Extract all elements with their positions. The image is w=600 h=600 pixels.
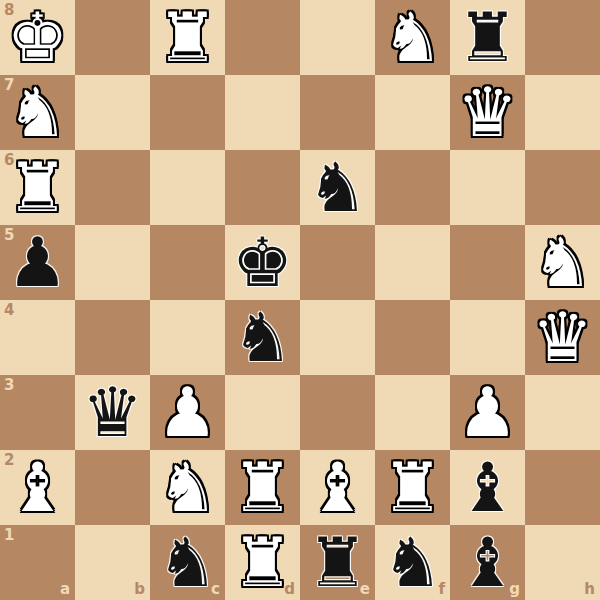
square-d7[interactable] bbox=[225, 75, 300, 150]
square-f2[interactable]: ♜ bbox=[375, 450, 450, 525]
piece-black-bishop[interactable]: ♝ bbox=[450, 525, 525, 600]
square-f4[interactable] bbox=[375, 300, 450, 375]
square-g4[interactable] bbox=[450, 300, 525, 375]
square-a5[interactable]: 5♟ bbox=[0, 225, 75, 300]
piece-white-queen[interactable]: ♛ bbox=[525, 300, 600, 375]
square-b4[interactable] bbox=[75, 300, 150, 375]
square-b6[interactable] bbox=[75, 150, 150, 225]
square-d2[interactable]: ♜ bbox=[225, 450, 300, 525]
piece-white-pawn[interactable]: ♟ bbox=[450, 375, 525, 450]
square-d4[interactable]: ♞ bbox=[225, 300, 300, 375]
square-d1[interactable]: d♜ bbox=[225, 525, 300, 600]
file-label-h: h bbox=[584, 582, 595, 597]
square-e4[interactable] bbox=[300, 300, 375, 375]
square-c3[interactable]: ♟ bbox=[150, 375, 225, 450]
square-g5[interactable] bbox=[450, 225, 525, 300]
square-e7[interactable] bbox=[300, 75, 375, 150]
square-a3[interactable]: 3 bbox=[0, 375, 75, 450]
piece-white-rook[interactable]: ♜ bbox=[225, 525, 300, 600]
piece-black-bishop[interactable]: ♝ bbox=[450, 450, 525, 525]
square-g8[interactable]: ♜ bbox=[450, 0, 525, 75]
square-g3[interactable]: ♟ bbox=[450, 375, 525, 450]
rank-label-4: 4 bbox=[4, 303, 14, 318]
square-c2[interactable]: ♞ bbox=[150, 450, 225, 525]
piece-black-knight[interactable]: ♞ bbox=[375, 525, 450, 600]
square-a2[interactable]: 2♝ bbox=[0, 450, 75, 525]
square-h7[interactable] bbox=[525, 75, 600, 150]
square-a8[interactable]: 8♚ bbox=[0, 0, 75, 75]
piece-white-rook[interactable]: ♜ bbox=[150, 0, 225, 75]
square-g1[interactable]: g♝ bbox=[450, 525, 525, 600]
piece-white-queen[interactable]: ♛ bbox=[450, 75, 525, 150]
square-e8[interactable] bbox=[300, 0, 375, 75]
piece-white-bishop[interactable]: ♝ bbox=[0, 450, 75, 525]
piece-white-knight[interactable]: ♞ bbox=[150, 450, 225, 525]
piece-white-knight[interactable]: ♞ bbox=[375, 0, 450, 75]
piece-black-rook[interactable]: ♜ bbox=[300, 525, 375, 600]
square-h8[interactable] bbox=[525, 0, 600, 75]
square-e5[interactable] bbox=[300, 225, 375, 300]
piece-white-knight[interactable]: ♞ bbox=[525, 225, 600, 300]
square-b7[interactable] bbox=[75, 75, 150, 150]
square-e3[interactable] bbox=[300, 375, 375, 450]
piece-black-knight[interactable]: ♞ bbox=[150, 525, 225, 600]
square-f7[interactable] bbox=[375, 75, 450, 150]
square-c7[interactable] bbox=[150, 75, 225, 150]
piece-white-rook[interactable]: ♜ bbox=[0, 150, 75, 225]
piece-black-queen[interactable]: ♛ bbox=[75, 375, 150, 450]
square-b5[interactable] bbox=[75, 225, 150, 300]
square-c6[interactable] bbox=[150, 150, 225, 225]
square-a4[interactable]: 4 bbox=[0, 300, 75, 375]
square-b1[interactable]: b bbox=[75, 525, 150, 600]
square-e6[interactable]: ♞ bbox=[300, 150, 375, 225]
piece-white-king[interactable]: ♚ bbox=[0, 0, 75, 75]
square-a7[interactable]: 7♞ bbox=[0, 75, 75, 150]
square-f3[interactable] bbox=[375, 375, 450, 450]
square-h3[interactable] bbox=[525, 375, 600, 450]
file-label-a: a bbox=[60, 582, 70, 597]
square-d3[interactable] bbox=[225, 375, 300, 450]
square-d5[interactable]: ♚ bbox=[225, 225, 300, 300]
square-a1[interactable]: 1a bbox=[0, 525, 75, 600]
piece-black-knight[interactable]: ♞ bbox=[300, 150, 375, 225]
square-g2[interactable]: ♝ bbox=[450, 450, 525, 525]
chess-board: 8♚♜♞♜7♞♛6♜♞5♟♚♞4♞♛3♛♟♟2♝♞♜♝♜♝1abc♞d♜e♜f♞… bbox=[0, 0, 600, 600]
square-b3[interactable]: ♛ bbox=[75, 375, 150, 450]
square-h5[interactable]: ♞ bbox=[525, 225, 600, 300]
piece-black-rook[interactable]: ♜ bbox=[450, 0, 525, 75]
square-c4[interactable] bbox=[150, 300, 225, 375]
piece-white-pawn[interactable]: ♟ bbox=[150, 375, 225, 450]
square-g6[interactable] bbox=[450, 150, 525, 225]
square-h1[interactable]: h bbox=[525, 525, 600, 600]
square-d6[interactable] bbox=[225, 150, 300, 225]
square-f5[interactable] bbox=[375, 225, 450, 300]
square-c5[interactable] bbox=[150, 225, 225, 300]
file-label-b: b bbox=[134, 582, 145, 597]
piece-white-knight[interactable]: ♞ bbox=[0, 75, 75, 150]
square-d8[interactable] bbox=[225, 0, 300, 75]
square-h4[interactable]: ♛ bbox=[525, 300, 600, 375]
square-b2[interactable] bbox=[75, 450, 150, 525]
square-h6[interactable] bbox=[525, 150, 600, 225]
square-f6[interactable] bbox=[375, 150, 450, 225]
square-c1[interactable]: c♞ bbox=[150, 525, 225, 600]
rank-label-1: 1 bbox=[4, 528, 14, 543]
rank-label-3: 3 bbox=[4, 378, 14, 393]
square-e1[interactable]: e♜ bbox=[300, 525, 375, 600]
square-f1[interactable]: f♞ bbox=[375, 525, 450, 600]
square-a6[interactable]: 6♜ bbox=[0, 150, 75, 225]
piece-white-rook[interactable]: ♜ bbox=[375, 450, 450, 525]
square-b8[interactable] bbox=[75, 0, 150, 75]
square-c8[interactable]: ♜ bbox=[150, 0, 225, 75]
piece-black-knight[interactable]: ♞ bbox=[225, 300, 300, 375]
square-f8[interactable]: ♞ bbox=[375, 0, 450, 75]
piece-black-king[interactable]: ♚ bbox=[225, 225, 300, 300]
square-g7[interactable]: ♛ bbox=[450, 75, 525, 150]
piece-black-pawn[interactable]: ♟ bbox=[0, 225, 75, 300]
square-e2[interactable]: ♝ bbox=[300, 450, 375, 525]
square-h2[interactable] bbox=[525, 450, 600, 525]
piece-white-bishop[interactable]: ♝ bbox=[300, 450, 375, 525]
piece-white-rook[interactable]: ♜ bbox=[225, 450, 300, 525]
